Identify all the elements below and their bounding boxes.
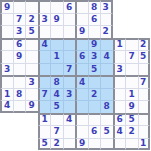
outside-area — [125, 13, 138, 26]
cell-r10c6-given-4: 4 — [63, 113, 76, 126]
cell-r12c4-given-5: 5 — [38, 138, 51, 151]
cell-r7c1-empty[interactable] — [0, 75, 13, 88]
cell-r1c5-empty[interactable] — [50, 0, 63, 13]
cell-r11c5-given-7: 7 — [50, 125, 63, 138]
cell-r12c5-given-2: 2 — [50, 138, 63, 151]
cell-r3c3-given-5: 5 — [25, 25, 38, 38]
cell-r4c4-given-4: 4 — [38, 38, 51, 51]
cell-r1c7-empty[interactable] — [75, 0, 88, 13]
cell-r3c4-empty[interactable] — [38, 25, 51, 38]
cell-r4c2-given-6: 6 — [13, 38, 26, 51]
cell-r11c10-given-4: 4 — [113, 125, 126, 138]
cell-r9c12-empty[interactable] — [138, 100, 151, 113]
cell-r9c4-empty[interactable] — [38, 100, 51, 113]
cell-r5c7-given-6: 6 — [75, 50, 88, 63]
cell-r7c4-empty[interactable] — [38, 75, 51, 88]
cell-r7c2-empty[interactable] — [13, 75, 26, 88]
cell-r1c9-given-3: 3 — [100, 0, 113, 13]
cell-r6c9-empty[interactable] — [100, 63, 113, 76]
outside-area — [25, 113, 38, 126]
cell-r6c1-given-3: 3 — [0, 63, 13, 76]
cell-r5c1-empty[interactable] — [0, 50, 13, 63]
cell-r9c2-empty[interactable] — [13, 100, 26, 113]
cell-r8c6-given-3: 3 — [63, 88, 76, 101]
cell-r8c9-empty[interactable] — [100, 88, 113, 101]
outside-area — [113, 0, 126, 13]
cell-r5c5-given-1: 1 — [50, 50, 63, 63]
cell-r2c9-empty[interactable] — [100, 13, 113, 26]
outside-area — [113, 13, 126, 26]
cell-r12c8-empty[interactable] — [88, 138, 101, 151]
outside-area — [13, 113, 26, 126]
cell-r7c11-empty[interactable] — [125, 75, 138, 88]
cell-r7c7-given-4: 4 — [75, 75, 88, 88]
cell-r6c12-empty[interactable] — [138, 63, 151, 76]
cell-r10c7-empty[interactable] — [75, 113, 88, 126]
sudoku-board: 9683723963592649129163475375338471874321… — [0, 0, 150, 150]
cell-r10c11-given-5: 5 — [125, 113, 138, 126]
cell-r8c2-given-8: 8 — [13, 88, 26, 101]
cell-r10c10-given-6: 6 — [113, 113, 126, 126]
cell-r11c11-given-2: 2 — [125, 125, 138, 138]
cell-r11c12-empty[interactable] — [138, 125, 151, 138]
cell-r8c5-given-4: 4 — [50, 88, 63, 101]
cell-r9c10-empty[interactable] — [113, 100, 126, 113]
cell-r8c1-given-1: 1 — [0, 88, 13, 101]
cell-r10c4-given-1: 1 — [38, 113, 51, 126]
cell-r5c6-empty[interactable] — [63, 50, 76, 63]
outside-area — [0, 113, 13, 126]
outside-area — [138, 13, 151, 26]
cell-r4c1-empty[interactable] — [0, 38, 13, 51]
cell-r11c6-empty[interactable] — [63, 125, 76, 138]
cell-r3c2-given-3: 3 — [13, 25, 26, 38]
cell-r4c6-empty[interactable] — [63, 38, 76, 51]
cell-r6c4-empty[interactable] — [38, 63, 51, 76]
cell-r5c8-given-3: 3 — [88, 50, 101, 63]
cell-r1c8-given-8: 8 — [88, 0, 101, 13]
cell-r3c1-empty[interactable] — [0, 25, 13, 38]
cell-r4c10-given-1: 1 — [113, 38, 126, 51]
cell-r5c3-empty[interactable] — [25, 50, 38, 63]
cell-r1c3-empty[interactable] — [25, 0, 38, 13]
cell-r4c8-given-9: 9 — [88, 38, 101, 51]
outside-area — [138, 25, 151, 38]
cell-r9c3-given-9: 9 — [25, 100, 38, 113]
cell-r7c9-empty[interactable] — [100, 75, 113, 88]
cell-r6c5-empty[interactable] — [50, 63, 63, 76]
cell-r3c8-empty[interactable] — [88, 25, 101, 38]
outside-area — [113, 25, 126, 38]
cell-r6c7-empty[interactable] — [75, 63, 88, 76]
cell-r4c5-empty[interactable] — [50, 38, 63, 51]
outside-area — [13, 125, 26, 138]
cell-r8c10-empty[interactable] — [113, 88, 126, 101]
cell-r3c5-empty[interactable] — [50, 25, 63, 38]
cell-r6c6-given-7: 7 — [63, 63, 76, 76]
cell-r9c7-empty[interactable] — [75, 100, 88, 113]
cell-r3c7-given-9: 9 — [75, 25, 88, 38]
cell-r2c7-empty[interactable] — [75, 13, 88, 26]
cell-r12c10-empty[interactable] — [113, 138, 126, 151]
cell-r11c8-given-6: 6 — [88, 125, 101, 138]
cell-r8c12-empty[interactable] — [138, 88, 151, 101]
cell-r4c12-given-2: 2 — [138, 38, 151, 51]
cell-r7c6-empty[interactable] — [63, 75, 76, 88]
cell-r5c12-given-5: 5 — [138, 50, 151, 63]
outside-area — [0, 125, 13, 138]
cell-r12c7-given-9: 9 — [75, 138, 88, 151]
outside-area — [13, 138, 26, 151]
cell-r9c6-empty[interactable] — [63, 100, 76, 113]
cell-r10c12-empty[interactable] — [138, 113, 151, 126]
cell-r5c2-given-9: 9 — [13, 50, 26, 63]
cell-r5c4-empty[interactable] — [38, 50, 51, 63]
cell-r1c4-empty[interactable] — [38, 0, 51, 13]
cell-r8c7-empty[interactable] — [75, 88, 88, 101]
cell-r6c10-given-3: 3 — [113, 63, 126, 76]
cell-r5c10-empty[interactable] — [113, 50, 126, 63]
cell-r2c3-given-2: 2 — [25, 13, 38, 26]
cell-r6c2-empty[interactable] — [13, 63, 26, 76]
cell-r10c8-empty[interactable] — [88, 113, 101, 126]
cell-r7c3-given-3: 3 — [25, 75, 38, 88]
cell-r4c7-empty[interactable] — [75, 38, 88, 51]
cell-r12c6-empty[interactable] — [63, 138, 76, 151]
cell-r7c12-given-7: 7 — [138, 75, 151, 88]
cell-r1c6-given-6: 6 — [63, 0, 76, 13]
cell-r6c3-empty[interactable] — [25, 63, 38, 76]
cell-r12c9-empty[interactable] — [100, 138, 113, 151]
outside-area — [138, 0, 151, 13]
cell-r12c11-empty[interactable] — [125, 138, 138, 151]
cell-r2c2-given-7: 7 — [13, 13, 26, 26]
outside-area — [125, 0, 138, 13]
cell-r9c8-empty[interactable] — [88, 100, 101, 113]
cell-r3c6-empty[interactable] — [63, 25, 76, 38]
cell-r9c11-given-9: 9 — [125, 100, 138, 113]
cell-r1c1-given-9: 9 — [0, 0, 13, 13]
cell-r6c11-empty[interactable] — [125, 63, 138, 76]
cell-r9c5-given-5: 5 — [50, 100, 63, 113]
cell-r3c9-given-2: 2 — [100, 25, 113, 38]
cell-r2c4-given-3: 3 — [38, 13, 51, 26]
cell-r7c10-empty[interactable] — [113, 75, 126, 88]
cell-r5c9-given-4: 4 — [100, 50, 113, 63]
cell-r8c11-given-1: 1 — [125, 88, 138, 101]
cell-r4c9-empty[interactable] — [100, 38, 113, 51]
cell-r11c4-empty[interactable] — [38, 125, 51, 138]
outside-area — [25, 125, 38, 138]
cell-r2c5-given-9: 9 — [50, 13, 63, 26]
cell-r7c5-given-8: 8 — [50, 75, 63, 88]
outside-area — [25, 138, 38, 151]
cell-r9c1-given-4: 4 — [0, 100, 13, 113]
cell-r9c9-given-8: 8 — [100, 100, 113, 113]
outside-area — [0, 138, 13, 151]
cell-r10c5-empty[interactable] — [50, 113, 63, 126]
cell-r1c2-empty[interactable] — [13, 0, 26, 13]
cell-r4c11-empty[interactable] — [125, 38, 138, 51]
cell-r2c6-empty[interactable] — [63, 13, 76, 26]
cell-r2c1-empty[interactable] — [0, 13, 13, 26]
cell-r11c9-given-5: 5 — [100, 125, 113, 138]
cell-r8c3-empty[interactable] — [25, 88, 38, 101]
outside-area — [125, 25, 138, 38]
cell-r5c11-given-7: 7 — [125, 50, 138, 63]
cell-r8c4-given-7: 7 — [38, 88, 51, 101]
cell-r11c7-empty[interactable] — [75, 125, 88, 138]
cell-r6c8-given-5: 5 — [88, 63, 101, 76]
cell-r8c8-given-2: 2 — [88, 88, 101, 101]
cell-r4c3-empty[interactable] — [25, 38, 38, 51]
cell-r10c9-empty[interactable] — [100, 113, 113, 126]
cell-r2c8-given-6: 6 — [88, 13, 101, 26]
cell-r12c12-given-1: 1 — [138, 138, 151, 151]
cell-r7c8-empty[interactable] — [88, 75, 101, 88]
